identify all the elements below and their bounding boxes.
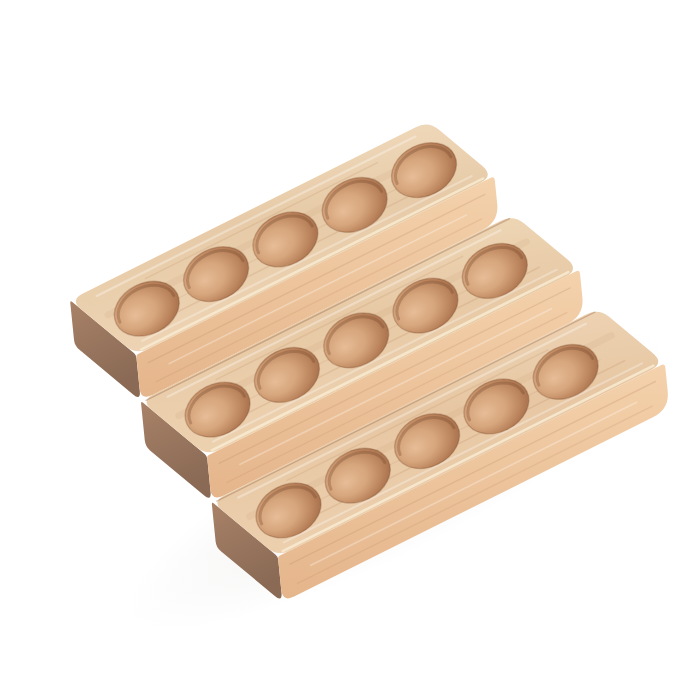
product-photo — [0, 0, 700, 700]
scene-canvas — [0, 0, 700, 700]
